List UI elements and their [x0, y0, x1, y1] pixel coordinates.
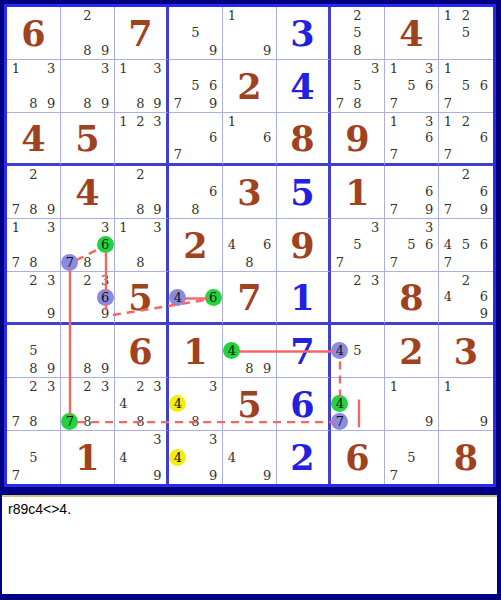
cell-r4c2[interactable]: 4: [61, 166, 115, 219]
candidate-7[interactable]: 7: [390, 468, 398, 483]
candidate-8[interactable]: 8: [83, 361, 91, 376]
pencil-marks: 2378: [7, 378, 60, 430]
placed-digit: 2: [277, 431, 328, 484]
candidate-7[interactable]: 7: [390, 202, 398, 217]
candidate-5[interactable]: 5: [191, 78, 199, 93]
candidate-6-highlight[interactable]: 6: [97, 236, 114, 253]
pencil-marks: 1567: [439, 60, 493, 112]
candidate-6[interactable]: 6: [263, 237, 271, 252]
candidate-7[interactable]: 7: [174, 147, 182, 162]
candidate-5[interactable]: 5: [462, 78, 470, 93]
pencil-marks: 1367: [385, 113, 438, 163]
candidate-1[interactable]: 1: [119, 220, 127, 235]
candidate-7-highlight[interactable]: 7: [331, 413, 348, 430]
cell-r8c5[interactable]: 5: [223, 378, 277, 431]
candidate-9[interactable]: 9: [480, 202, 488, 217]
candidate-3[interactable]: 3: [209, 432, 217, 447]
candidate-1[interactable]: 1: [12, 61, 20, 76]
candidate-5[interactable]: 5: [191, 25, 199, 40]
given-digit: 3: [223, 166, 276, 218]
candidate-4-highlight[interactable]: 4: [169, 289, 186, 306]
given-digit: 9: [277, 219, 328, 271]
pencil-marks: 19: [385, 378, 438, 430]
pencil-marks: 349: [115, 431, 166, 484]
cell-r2c9[interactable]: 1567: [439, 60, 493, 113]
candidate-3[interactable]: 3: [153, 220, 161, 235]
candidate-8[interactable]: 8: [245, 255, 253, 270]
candidate-8[interactable]: 8: [83, 96, 91, 111]
candidate-7[interactable]: 7: [12, 468, 20, 483]
given-digit: 8: [277, 113, 328, 163]
cell-r2c7[interactable]: 3578: [331, 60, 385, 113]
candidate-8[interactable]: 8: [353, 96, 361, 111]
candidate-4[interactable]: 4: [119, 396, 127, 411]
candidate-1[interactable]: 1: [444, 8, 452, 23]
candidate-7[interactable]: 7: [336, 255, 344, 270]
candidate-5[interactable]: 5: [462, 25, 470, 40]
given-digit: 8: [439, 431, 493, 484]
candidate-9[interactable]: 9: [47, 306, 55, 321]
candidate-4-highlight[interactable]: 4: [331, 342, 348, 359]
cell-r6c2[interactable]: 2369: [61, 272, 115, 325]
cell-r7c6[interactable]: 7: [277, 325, 331, 378]
candidate-7[interactable]: 7: [12, 255, 20, 270]
candidate-5[interactable]: 5: [353, 343, 361, 358]
placed-digit: 3: [277, 7, 328, 59]
cell-r7c8[interactable]: 2: [385, 325, 439, 378]
candidate-1[interactable]: 1: [444, 379, 452, 394]
candidate-9[interactable]: 9: [153, 468, 161, 483]
candidate-4[interactable]: 4: [228, 450, 236, 465]
candidate-8[interactable]: 8: [191, 414, 199, 429]
candidate-3[interactable]: 3: [47, 61, 55, 76]
cell-r6c4[interactable]: 46: [169, 272, 223, 325]
cell-r5c9[interactable]: 4567: [439, 219, 493, 272]
cell-r5c3[interactable]: 138: [115, 219, 169, 272]
pencil-marks: 2679: [439, 166, 493, 218]
candidate-2[interactable]: 2: [83, 8, 91, 23]
candidate-9[interactable]: 9: [480, 414, 488, 429]
candidate-1[interactable]: 1: [119, 61, 127, 76]
candidate-8[interactable]: 8: [353, 43, 361, 58]
cell-r5c2[interactable]: 3678: [61, 219, 115, 272]
candidate-7[interactable]: 7: [12, 414, 20, 429]
placed-digit: 4: [277, 60, 328, 112]
candidate-9[interactable]: 9: [101, 96, 109, 111]
candidate-3[interactable]: 3: [101, 61, 109, 76]
candidate-3[interactable]: 3: [371, 61, 379, 76]
cell-r1c2[interactable]: 289: [61, 7, 115, 60]
candidate-4[interactable]: 4: [444, 289, 452, 304]
cell-r6c9[interactable]: 2469: [439, 272, 493, 325]
cell-r6c7[interactable]: 23: [331, 272, 385, 325]
cell-r7c1[interactable]: 589: [7, 325, 61, 378]
candidate-6[interactable]: 6: [209, 78, 217, 93]
candidate-3[interactable]: 3: [371, 273, 379, 288]
pencil-marks: 57: [7, 431, 60, 484]
pencil-marks: 468: [223, 219, 276, 271]
candidate-5[interactable]: 5: [462, 237, 470, 252]
cell-r1c4[interactable]: 59: [169, 7, 223, 60]
candidate-6[interactable]: 6: [209, 130, 217, 145]
candidate-9[interactable]: 9: [263, 361, 271, 376]
candidate-8[interactable]: 8: [136, 255, 144, 270]
pencil-marks: 67: [169, 113, 222, 163]
given-digit: 3: [439, 325, 493, 377]
pencil-marks: 349: [169, 431, 222, 484]
cell-r9c9[interactable]: 8: [439, 431, 493, 484]
candidate-9[interactable]: 9: [480, 306, 488, 321]
candidate-9[interactable]: 9: [209, 468, 217, 483]
pencil-marks: 2469: [439, 272, 493, 322]
cell-r8c4[interactable]: 348: [169, 378, 223, 431]
cell-r9c1[interactable]: 57: [7, 431, 61, 484]
candidate-8[interactable]: 8: [245, 361, 253, 376]
pencil-marks: 19: [223, 7, 276, 59]
candidate-1[interactable]: 1: [119, 114, 127, 129]
candidate-5[interactable]: 5: [407, 450, 415, 465]
cell-r9c8[interactable]: 57: [385, 431, 439, 484]
candidate-9[interactable]: 9: [153, 96, 161, 111]
cell-r8c9[interactable]: 19: [439, 378, 493, 431]
candidate-2[interactable]: 2: [29, 379, 37, 394]
pencil-marks: 2369: [61, 272, 114, 322]
candidate-1[interactable]: 1: [228, 8, 236, 23]
cell-r2c8[interactable]: 13567: [385, 60, 439, 113]
cell-r3c1[interactable]: 4: [7, 113, 61, 166]
candidate-8[interactable]: 8: [29, 202, 37, 217]
cell-r8c8[interactable]: 19: [385, 378, 439, 431]
candidate-3[interactable]: 3: [425, 61, 433, 76]
given-digit: 8: [385, 272, 438, 322]
candidate-2[interactable]: 2: [462, 273, 470, 288]
cell-r2c2[interactable]: 389: [61, 60, 115, 113]
given-digit: 2: [223, 60, 276, 112]
cell-r6c6[interactable]: 1: [277, 272, 331, 325]
cell-r4c3[interactable]: 289: [115, 166, 169, 219]
cell-r1c9[interactable]: 125: [439, 7, 493, 60]
candidate-5[interactable]: 5: [353, 237, 361, 252]
cell-r5c6[interactable]: 9: [277, 219, 331, 272]
cell-r3c4[interactable]: 67: [169, 113, 223, 166]
candidate-6[interactable]: 6: [480, 184, 488, 199]
cell-r3c2[interactable]: 5: [61, 113, 115, 166]
candidate-3[interactable]: 3: [153, 379, 161, 394]
candidate-6[interactable]: 6: [425, 237, 433, 252]
candidate-8[interactable]: 8: [83, 255, 91, 270]
given-digit: 1: [169, 325, 222, 377]
pencil-marks: 68: [169, 166, 222, 218]
candidate-5[interactable]: 5: [29, 450, 37, 465]
cell-r2c6[interactable]: 4: [277, 60, 331, 113]
candidate-7-highlight[interactable]: 7: [61, 254, 78, 271]
cell-r4c4[interactable]: 68: [169, 166, 223, 219]
given-digit: 4: [7, 113, 60, 163]
candidate-9[interactable]: 9: [263, 43, 271, 58]
candidate-9[interactable]: 9: [425, 414, 433, 429]
candidate-8[interactable]: 8: [29, 361, 37, 376]
cell-r1c5[interactable]: 19: [223, 7, 277, 60]
candidate-7[interactable]: 7: [390, 255, 398, 270]
candidate-9[interactable]: 9: [47, 361, 55, 376]
pencil-marks: 2378: [61, 378, 114, 430]
candidate-4-highlight[interactable]: 4: [169, 449, 186, 466]
candidate-5[interactable]: 5: [353, 25, 361, 40]
candidate-7[interactable]: 7: [12, 202, 20, 217]
candidate-2[interactable]: 2: [462, 8, 470, 23]
candidate-3[interactable]: 3: [153, 61, 161, 76]
cell-r4c8[interactable]: 679: [385, 166, 439, 219]
cell-r2c4[interactable]: 5679: [169, 60, 223, 113]
candidate-5[interactable]: 5: [407, 78, 415, 93]
pencil-marks: 3678: [61, 219, 114, 271]
pencil-marks: 239: [7, 272, 60, 322]
given-digit: 4: [385, 7, 438, 59]
cell-r8c1[interactable]: 2378: [7, 378, 61, 431]
cell-r7c7[interactable]: 45: [331, 325, 385, 378]
candidate-4[interactable]: 4: [228, 237, 236, 252]
candidate-3[interactable]: 3: [425, 220, 433, 235]
candidate-9[interactable]: 9: [209, 96, 217, 111]
cell-r8c7[interactable]: 47: [331, 378, 385, 431]
candidate-2[interactable]: 2: [83, 273, 91, 288]
candidate-6[interactable]: 6: [480, 78, 488, 93]
cell-r3c5[interactable]: 16: [223, 113, 277, 166]
cell-r1c1[interactable]: 6: [7, 7, 61, 60]
cell-r7c5[interactable]: 489: [223, 325, 277, 378]
given-digit: 6: [115, 325, 166, 377]
candidate-2[interactable]: 2: [83, 379, 91, 394]
candidate-8[interactable]: 8: [29, 255, 37, 270]
candidate-7[interactable]: 7: [336, 96, 344, 111]
candidate-2[interactable]: 2: [29, 167, 37, 182]
candidate-3[interactable]: 3: [425, 114, 433, 129]
cell-r3c7[interactable]: 9: [331, 113, 385, 166]
cell-r9c5[interactable]: 49: [223, 431, 277, 484]
candidate-8[interactable]: 8: [191, 202, 199, 217]
pencil-marks: 1378: [7, 219, 60, 271]
candidate-6[interactable]: 6: [209, 184, 217, 199]
cell-r1c8[interactable]: 4: [385, 7, 439, 60]
candidate-8[interactable]: 8: [83, 43, 91, 58]
candidate-6[interactable]: 6: [425, 78, 433, 93]
candidate-2[interactable]: 2: [462, 167, 470, 182]
cell-r3c9[interactable]: 1267: [439, 113, 493, 166]
candidate-6[interactable]: 6: [480, 237, 488, 252]
candidate-3[interactable]: 3: [47, 379, 55, 394]
candidate-8[interactable]: 8: [136, 96, 144, 111]
pencil-marks: 4567: [439, 219, 493, 271]
candidate-1[interactable]: 1: [444, 61, 452, 76]
pencil-marks: 16: [223, 113, 276, 163]
pencil-marks: 59: [169, 7, 222, 59]
candidate-7[interactable]: 7: [174, 96, 182, 111]
candidate-2[interactable]: 2: [353, 273, 361, 288]
candidate-9[interactable]: 9: [153, 202, 161, 217]
pencil-marks: 89: [61, 325, 114, 377]
given-digit: 5: [61, 113, 114, 163]
candidate-3[interactable]: 3: [47, 220, 55, 235]
pencil-marks: 138: [115, 219, 166, 271]
pencil-marks: 1389: [115, 60, 166, 112]
candidate-4[interactable]: 4: [444, 237, 452, 252]
candidate-6[interactable]: 6: [480, 130, 488, 145]
cell-r8c2[interactable]: 2378: [61, 378, 115, 431]
cell-r2c1[interactable]: 1389: [7, 60, 61, 113]
cell-r7c2[interactable]: 89: [61, 325, 115, 378]
candidate-3[interactable]: 3: [101, 379, 109, 394]
candidate-3[interactable]: 3: [209, 379, 217, 394]
cell-r5c8[interactable]: 3567: [385, 219, 439, 272]
candidate-7[interactable]: 7: [444, 147, 452, 162]
candidate-2[interactable]: 2: [136, 379, 144, 394]
cell-r6c3[interactable]: 5: [115, 272, 169, 325]
given-digit: 5: [223, 378, 276, 430]
cell-r4c7[interactable]: 1: [331, 166, 385, 219]
candidate-6[interactable]: 6: [425, 184, 433, 199]
candidate-3[interactable]: 3: [153, 114, 161, 129]
candidate-9[interactable]: 9: [425, 202, 433, 217]
cell-r5c7[interactable]: 357: [331, 219, 385, 272]
given-digit: 2: [385, 325, 438, 377]
candidate-7[interactable]: 7: [444, 202, 452, 217]
cell-r3c3[interactable]: 123: [115, 113, 169, 166]
given-digit: 4: [61, 166, 114, 218]
candidate-7[interactable]: 7: [390, 147, 398, 162]
given-digit: 9: [331, 113, 384, 163]
candidate-6-highlight[interactable]: 6: [97, 289, 114, 306]
candidate-3[interactable]: 3: [153, 432, 161, 447]
cell-r9c6[interactable]: 2: [277, 431, 331, 484]
candidate-2[interactable]: 2: [353, 8, 361, 23]
candidate-9[interactable]: 9: [47, 96, 55, 111]
given-digit: 7: [223, 272, 276, 322]
pencil-marks: 258: [331, 7, 384, 59]
cell-r9c2[interactable]: 1: [61, 431, 115, 484]
cell-r7c3[interactable]: 6: [115, 325, 169, 378]
candidate-1[interactable]: 1: [390, 114, 398, 129]
candidate-1[interactable]: 1: [444, 114, 452, 129]
candidate-5[interactable]: 5: [353, 78, 361, 93]
candidate-1[interactable]: 1: [390, 379, 398, 394]
cell-r7c4[interactable]: 1: [169, 325, 223, 378]
pencil-marks: 1389: [7, 60, 60, 112]
candidate-5[interactable]: 5: [407, 237, 415, 252]
pencil-marks: 123: [115, 113, 166, 163]
candidate-4-highlight[interactable]: 4: [331, 395, 348, 412]
pencil-marks: 3567: [385, 219, 438, 271]
candidate-9[interactable]: 9: [263, 468, 271, 483]
placed-digit: 7: [277, 325, 328, 377]
candidate-2[interactable]: 2: [136, 114, 144, 129]
candidate-4[interactable]: 4: [119, 450, 127, 465]
cell-r6c8[interactable]: 8: [385, 272, 439, 325]
candidate-1[interactable]: 1: [390, 61, 398, 76]
candidate-9[interactable]: 9: [101, 43, 109, 58]
candidate-2[interactable]: 2: [462, 114, 470, 129]
candidate-4-highlight[interactable]: 4: [169, 395, 186, 412]
cell-r2c5[interactable]: 2: [223, 60, 277, 113]
candidate-2[interactable]: 2: [29, 273, 37, 288]
cell-r3c8[interactable]: 1367: [385, 113, 439, 166]
cell-r6c5[interactable]: 7: [223, 272, 277, 325]
cell-r4c1[interactable]: 2789: [7, 166, 61, 219]
candidate-9[interactable]: 9: [101, 306, 109, 321]
cell-r9c7[interactable]: 6: [331, 431, 385, 484]
cell-r2c3[interactable]: 1389: [115, 60, 169, 113]
candidate-9[interactable]: 9: [47, 202, 55, 217]
cell-r8c3[interactable]: 2348: [115, 378, 169, 431]
pencil-marks: 389: [61, 60, 114, 112]
cell-r4c6[interactable]: 5: [277, 166, 331, 219]
candidate-7[interactable]: 7: [444, 255, 452, 270]
candidate-4-highlight[interactable]: 4: [223, 342, 240, 359]
cell-r9c3[interactable]: 349: [115, 431, 169, 484]
candidate-9[interactable]: 9: [101, 361, 109, 376]
candidate-1[interactable]: 1: [12, 220, 20, 235]
pencil-marks: 589: [7, 325, 60, 377]
candidate-2[interactable]: 2: [136, 167, 144, 182]
cell-r4c9[interactable]: 2679: [439, 166, 493, 219]
candidate-6-highlight[interactable]: 6: [205, 289, 222, 306]
given-digit: 7: [115, 7, 166, 59]
candidate-8[interactable]: 8: [83, 414, 91, 429]
cell-r5c5[interactable]: 468: [223, 219, 277, 272]
cell-r8c6[interactable]: 6: [277, 378, 331, 431]
candidate-5[interactable]: 5: [29, 343, 37, 358]
pencil-marks: 3578: [331, 60, 384, 112]
candidate-8[interactable]: 8: [29, 414, 37, 429]
pencil-marks: 289: [115, 166, 166, 218]
cell-r4c5[interactable]: 3: [223, 166, 277, 219]
candidate-8[interactable]: 8: [136, 414, 144, 429]
candidate-7-highlight[interactable]: 7: [61, 413, 78, 430]
placed-digit: 6: [277, 378, 328, 430]
pencil-marks: 57: [385, 431, 438, 484]
pencil-marks: 289: [61, 7, 114, 59]
candidate-8[interactable]: 8: [136, 202, 144, 217]
cell-r1c7[interactable]: 258: [331, 7, 385, 60]
cell-r5c4[interactable]: 2: [169, 219, 223, 272]
pencil-marks: 5679: [169, 60, 222, 112]
given-digit: 1: [61, 431, 114, 484]
candidate-3[interactable]: 3: [101, 273, 109, 288]
candidate-6[interactable]: 6: [480, 289, 488, 304]
cell-r7c9[interactable]: 3: [439, 325, 493, 378]
candidate-3[interactable]: 3: [101, 220, 109, 235]
candidate-6[interactable]: 6: [263, 130, 271, 145]
candidate-1[interactable]: 1: [228, 114, 236, 129]
cell-r1c3[interactable]: 7: [115, 7, 169, 60]
given-digit: 1: [331, 166, 384, 218]
candidate-6[interactable]: 6: [425, 130, 433, 145]
cell-r5c1[interactable]: 1378: [7, 219, 61, 272]
candidate-3[interactable]: 3: [371, 220, 379, 235]
candidate-7[interactable]: 7: [444, 96, 452, 111]
cell-r3c6[interactable]: 8: [277, 113, 331, 166]
candidate-7[interactable]: 7: [390, 96, 398, 111]
candidate-8[interactable]: 8: [29, 96, 37, 111]
cell-r9c4[interactable]: 349: [169, 431, 223, 484]
cell-r1c6[interactable]: 3: [277, 7, 331, 60]
pencil-marks: 125: [439, 7, 493, 59]
candidate-9[interactable]: 9: [209, 43, 217, 58]
placed-digit: 1: [277, 272, 328, 322]
candidate-3[interactable]: 3: [47, 273, 55, 288]
pencil-marks: 13567: [385, 60, 438, 112]
cell-r6c1[interactable]: 239: [7, 272, 61, 325]
pencil-marks: 23: [331, 272, 384, 322]
